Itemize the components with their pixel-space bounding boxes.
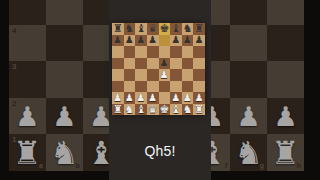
square-c7: ♟ — [135, 35, 147, 47]
square-d6 — [147, 46, 159, 58]
piece-black-pawn: ♟ — [113, 35, 122, 45]
square-a2: ♟ — [112, 92, 124, 104]
piece-black-pawn: ♟ — [125, 35, 134, 45]
piece-black-bishop: ♝ — [136, 23, 146, 34]
rank-label-2: 2 — [12, 100, 16, 108]
square-c5 — [135, 58, 147, 70]
square-c4 — [135, 69, 147, 81]
square-e6 — [159, 46, 171, 58]
square-h1: ♜h — [267, 134, 304, 171]
square-d3 — [147, 81, 159, 93]
square-b5 — [124, 58, 136, 70]
square-a8: ♜ — [112, 23, 124, 35]
square-g2: ♟ — [230, 98, 267, 135]
square-h3 — [267, 61, 304, 98]
move-caption: Qh5! — [109, 143, 211, 159]
square-a1: ♜1a — [9, 134, 46, 171]
square-a5: 5 — [9, 0, 46, 25]
piece-white-rook: ♜ — [113, 104, 123, 115]
square-a4 — [112, 69, 124, 81]
square-g3 — [182, 81, 194, 93]
square-c3 — [135, 81, 147, 93]
square-h6 — [193, 46, 205, 58]
chess-board: ♜♞♝♛♚♝♞♜♟♟♟♟♟♟♟♟♟♟♟♟♟♟♟♟♜♞♝♛♚♝♞♜ — [112, 23, 205, 115]
piece-white-pawn: ♟ — [237, 103, 261, 130]
piece-white-pawn: ♟ — [171, 93, 180, 103]
piece-white-pawn: ♟ — [148, 93, 157, 103]
piece-black-king: ♚ — [159, 23, 169, 34]
square-g4 — [230, 25, 267, 62]
square-a3 — [112, 81, 124, 93]
square-b4 — [124, 69, 136, 81]
piece-white-bishop: ♝ — [136, 104, 146, 115]
piece-black-pawn: ♟ — [160, 58, 169, 68]
square-g7: ♟ — [182, 35, 194, 47]
piece-black-queen: ♛ — [148, 23, 158, 34]
piece-black-knight: ♞ — [183, 23, 193, 34]
square-b1: ♞ — [124, 104, 136, 116]
square-d2: ♟ — [147, 92, 159, 104]
piece-white-pawn: ♟ — [15, 103, 39, 130]
square-a7: ♟ — [112, 35, 124, 47]
square-h2: ♟ — [267, 98, 304, 135]
square-c1: ♝ — [135, 104, 147, 116]
piece-black-rook: ♜ — [113, 23, 123, 34]
square-e5: ♟ — [159, 58, 171, 70]
square-a3: 3 — [9, 61, 46, 98]
video-strip[interactable]: ♜♞♝♛♚♝♞♜♟♟♟♟♟♟♟♟♟♟♟♟♟♟♟♟♜♞♝♛♚♝♞♜ Qh5! — [109, 0, 211, 180]
square-b2: ♟ — [124, 92, 136, 104]
piece-white-pawn: ♟ — [273, 103, 297, 130]
piece-white-knight: ♞ — [183, 104, 193, 115]
piece-white-bishop: ♝ — [171, 104, 181, 115]
rank-label-4: 4 — [12, 27, 16, 35]
file-label-h: h — [297, 162, 301, 169]
square-b8: ♞ — [124, 23, 136, 35]
square-g8: ♞ — [182, 23, 194, 35]
piece-black-bishop: ♝ — [171, 23, 181, 34]
piece-white-pawn: ♟ — [160, 70, 169, 80]
rank-label-3: 3 — [12, 63, 16, 71]
square-g5 — [230, 0, 267, 25]
piece-black-pawn: ♟ — [148, 35, 157, 45]
square-h5 — [267, 0, 304, 25]
square-f8: ♝ — [170, 23, 182, 35]
piece-white-queen: ♛ — [148, 104, 158, 115]
square-f1: ♝ — [170, 104, 182, 116]
square-d7: ♟ — [147, 35, 159, 47]
file-label-f: f — [225, 162, 227, 169]
square-g5 — [182, 58, 194, 70]
piece-white-pawn: ♟ — [52, 103, 76, 130]
square-b2: ♟ — [46, 98, 83, 135]
piece-white-knight: ♞ — [234, 137, 263, 169]
square-b7: ♟ — [124, 35, 136, 47]
rank-label-1: 1 — [12, 136, 16, 144]
square-h2: ♟ — [193, 92, 205, 104]
square-e1: ♚ — [159, 104, 171, 116]
square-h3 — [193, 81, 205, 93]
square-h7: ♟ — [193, 35, 205, 47]
piece-white-rook: ♜ — [13, 137, 42, 169]
square-h4 — [267, 25, 304, 62]
file-label-b: b — [75, 162, 79, 169]
square-g2: ♟ — [182, 92, 194, 104]
piece-black-pawn: ♟ — [183, 35, 192, 45]
square-b1: ♞b — [46, 134, 83, 171]
square-g1: ♞ — [182, 104, 194, 116]
square-f6 — [170, 46, 182, 58]
square-e3 — [159, 81, 171, 93]
square-h1: ♜ — [193, 104, 205, 116]
square-f5 — [170, 58, 182, 70]
file-label-g: g — [260, 162, 264, 169]
square-f2: ♟ — [170, 92, 182, 104]
square-d4 — [147, 69, 159, 81]
square-a2: ♟2 — [9, 98, 46, 135]
square-d8: ♛ — [147, 23, 159, 35]
piece-white-king: ♚ — [159, 104, 169, 115]
square-c6 — [135, 46, 147, 58]
square-g6 — [182, 46, 194, 58]
square-g1: ♞g — [230, 134, 267, 171]
square-b4 — [46, 25, 83, 62]
square-a4: 4 — [9, 25, 46, 62]
piece-black-pawn: ♟ — [171, 35, 180, 45]
square-h8: ♜ — [193, 23, 205, 35]
square-f7: ♟ — [170, 35, 182, 47]
piece-white-pawn: ♟ — [195, 93, 204, 103]
square-h5 — [193, 58, 205, 70]
square-b6 — [124, 46, 136, 58]
square-a6 — [112, 46, 124, 58]
square-b3 — [124, 81, 136, 93]
square-d5 — [147, 58, 159, 70]
square-c2: ♟ — [135, 92, 147, 104]
square-c8: ♝ — [135, 23, 147, 35]
video-frame: 5♟4♟3♟2♟♟♟♟♟♟♜1a♞b♝c♛d♚e♝f♞g♜h ♜♞♝♛♚♝♞♜♟… — [0, 0, 320, 180]
square-b3 — [46, 61, 83, 98]
square-e8: ♚ — [159, 23, 171, 35]
square-f3 — [170, 81, 182, 93]
square-g4 — [182, 69, 194, 81]
piece-black-rook: ♜ — [194, 23, 204, 34]
square-e4: ♟ — [159, 69, 171, 81]
square-d1: ♛ — [147, 104, 159, 116]
piece-black-knight: ♞ — [125, 23, 135, 34]
piece-white-knight: ♞ — [125, 104, 135, 115]
piece-white-pawn: ♟ — [125, 93, 134, 103]
square-b5 — [46, 0, 83, 25]
square-f4 — [170, 69, 182, 81]
piece-white-pawn: ♟ — [137, 93, 146, 103]
square-a1: ♜ — [112, 104, 124, 116]
piece-black-pawn: ♟ — [195, 35, 204, 45]
piece-white-rook: ♜ — [194, 104, 204, 115]
file-label-a: a — [39, 162, 43, 169]
square-e7 — [159, 35, 171, 47]
piece-white-rook: ♜ — [271, 137, 300, 169]
piece-white-pawn: ♟ — [183, 93, 192, 103]
piece-white-knight: ♞ — [50, 137, 79, 169]
piece-white-pawn: ♟ — [113, 93, 122, 103]
square-a5 — [112, 58, 124, 70]
square-g3 — [230, 61, 267, 98]
piece-black-pawn: ♟ — [137, 35, 146, 45]
square-e2 — [159, 92, 171, 104]
square-h4 — [193, 69, 205, 81]
